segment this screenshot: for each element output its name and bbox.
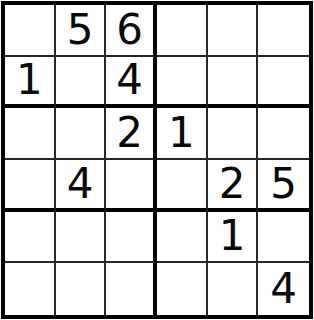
cell-r6c4-empty[interactable] [157, 263, 208, 315]
cell-r3c2-empty[interactable] [56, 108, 107, 160]
cell-r6c2-empty[interactable] [56, 263, 107, 315]
cell-r2c1-given: 1 [5, 57, 56, 109]
sudoku-board: 56142142514 [1, 1, 313, 319]
cell-r3c6-empty[interactable] [258, 108, 309, 160]
cell-r6c1-empty[interactable] [5, 263, 56, 315]
cell-r4c3-empty[interactable] [106, 160, 157, 212]
cell-r3c3-given: 2 [106, 108, 157, 160]
cell-r5c5-given: 1 [208, 212, 259, 264]
cell-r1c4-empty[interactable] [157, 5, 208, 57]
cell-r4c2-given: 4 [56, 160, 107, 212]
cell-r3c1-empty[interactable] [5, 108, 56, 160]
cell-r2c6-empty[interactable] [258, 57, 309, 109]
cell-r5c6-empty[interactable] [258, 212, 309, 264]
cell-r4c1-empty[interactable] [5, 160, 56, 212]
cell-r5c2-empty[interactable] [56, 212, 107, 264]
cell-r3c4-given: 1 [157, 108, 208, 160]
cell-r6c6-given: 4 [258, 263, 309, 315]
cell-r2c2-empty[interactable] [56, 57, 107, 109]
cell-r1c3-given: 6 [106, 5, 157, 57]
cell-r2c5-empty[interactable] [208, 57, 259, 109]
cell-r1c2-given: 5 [56, 5, 107, 57]
cell-r2c3-given: 4 [106, 57, 157, 109]
cell-r4c4-empty[interactable] [157, 160, 208, 212]
cell-r4c5-given: 2 [208, 160, 259, 212]
cell-r4c6-given: 5 [258, 160, 309, 212]
cell-r1c5-empty[interactable] [208, 5, 259, 57]
cell-r5c4-empty[interactable] [157, 212, 208, 264]
cell-r1c1-empty[interactable] [5, 5, 56, 57]
cell-r3c5-empty[interactable] [208, 108, 259, 160]
sudoku-page: 56142142514 [0, 1, 314, 320]
cell-r1c6-empty[interactable] [258, 5, 309, 57]
cell-r6c5-empty[interactable] [208, 263, 259, 315]
cell-r5c1-empty[interactable] [5, 212, 56, 264]
cell-r6c3-empty[interactable] [106, 263, 157, 315]
cell-r5c3-empty[interactable] [106, 212, 157, 264]
cell-r2c4-empty[interactable] [157, 57, 208, 109]
